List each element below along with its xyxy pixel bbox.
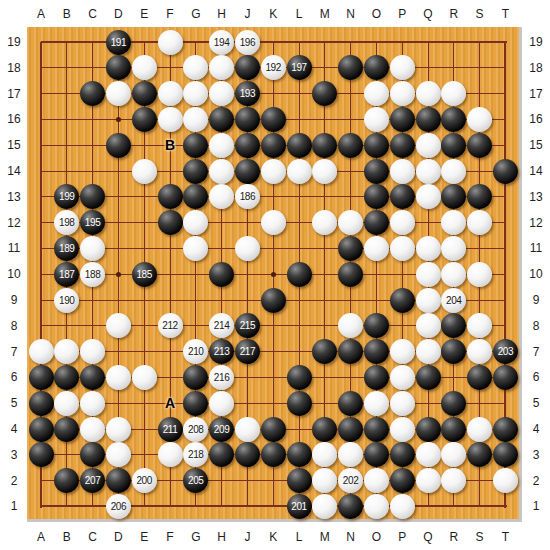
stone-O4 bbox=[364, 417, 389, 442]
stone-G6 bbox=[183, 365, 208, 390]
stone-Q2 bbox=[416, 468, 441, 493]
stone-A6 bbox=[29, 365, 54, 390]
stone-O8 bbox=[364, 313, 389, 338]
coord-label: 9 bbox=[525, 293, 547, 307]
stone-L10 bbox=[287, 262, 312, 287]
coord-label: R bbox=[443, 530, 465, 544]
stone-R14 bbox=[441, 159, 466, 184]
coord-label: Q bbox=[417, 7, 439, 21]
stone-D3 bbox=[106, 442, 131, 467]
stone-G18 bbox=[183, 55, 208, 80]
stone-R2 bbox=[441, 468, 466, 493]
stone-J4 bbox=[235, 417, 260, 442]
stone-O5 bbox=[364, 391, 389, 416]
coord-label: D bbox=[107, 530, 129, 544]
stone-Q15 bbox=[416, 133, 441, 158]
stone-O17 bbox=[364, 81, 389, 106]
stone-Q9 bbox=[416, 288, 441, 313]
stone-G15 bbox=[183, 133, 208, 158]
stone-O12 bbox=[364, 210, 389, 235]
stone-O14 bbox=[364, 159, 389, 184]
coord-label: 12 bbox=[525, 216, 547, 230]
stone-H15 bbox=[209, 133, 234, 158]
coord-label: E bbox=[133, 7, 155, 21]
stone-L6 bbox=[287, 365, 312, 390]
coord-label: P bbox=[391, 530, 413, 544]
stone-N8 bbox=[338, 313, 363, 338]
coord-label: 14 bbox=[525, 164, 547, 178]
stone-T4 bbox=[493, 417, 518, 442]
stone-R4 bbox=[441, 417, 466, 442]
coord-label: 5 bbox=[525, 396, 547, 410]
coord-label: J bbox=[236, 7, 258, 21]
stone-C7 bbox=[80, 339, 105, 364]
coord-label: P bbox=[391, 7, 413, 21]
coord-label: 15 bbox=[3, 138, 25, 152]
stone-P5 bbox=[390, 391, 415, 416]
stone-E2-move-200: 200 bbox=[132, 468, 157, 493]
stone-Q7 bbox=[416, 339, 441, 364]
stone-R9-move-204: 204 bbox=[441, 288, 466, 313]
stone-E18 bbox=[132, 55, 157, 80]
coord-label: E bbox=[133, 530, 155, 544]
stone-A4 bbox=[29, 417, 54, 442]
stone-B12-move-198: 198 bbox=[54, 210, 79, 235]
coord-label: 4 bbox=[3, 422, 25, 436]
stone-P2 bbox=[390, 468, 415, 493]
stone-M17 bbox=[312, 81, 337, 106]
stone-B13-move-199: 199 bbox=[54, 184, 79, 209]
stone-B9-move-190: 190 bbox=[54, 288, 79, 313]
coord-label: C bbox=[82, 530, 104, 544]
coord-label: O bbox=[365, 7, 387, 21]
stone-B7 bbox=[54, 339, 79, 364]
stone-Q10 bbox=[416, 262, 441, 287]
stone-S12 bbox=[467, 210, 492, 235]
coord-label: 17 bbox=[3, 87, 25, 101]
stone-J15 bbox=[235, 133, 260, 158]
stone-M7 bbox=[312, 339, 337, 364]
coord-label: T bbox=[494, 7, 516, 21]
stone-E6 bbox=[132, 365, 157, 390]
stone-N18 bbox=[338, 55, 363, 80]
stone-C11 bbox=[80, 236, 105, 261]
stone-P6 bbox=[390, 365, 415, 390]
stone-T3 bbox=[493, 442, 518, 467]
stone-N7 bbox=[338, 339, 363, 364]
stone-G4-move-208: 208 bbox=[183, 417, 208, 442]
stone-H6-move-216: 216 bbox=[209, 365, 234, 390]
coord-label: B bbox=[56, 7, 78, 21]
stone-M1 bbox=[312, 494, 337, 519]
stone-H4-move-209: 209 bbox=[209, 417, 234, 442]
stone-Q4 bbox=[416, 417, 441, 442]
stone-T6 bbox=[493, 365, 518, 390]
stone-C10-move-188: 188 bbox=[80, 262, 105, 287]
stone-J19-move-196: 196 bbox=[235, 30, 260, 55]
stone-G12 bbox=[183, 210, 208, 235]
star-point bbox=[271, 272, 276, 277]
stone-P14 bbox=[390, 159, 415, 184]
stone-E10-move-185: 185 bbox=[132, 262, 157, 287]
stone-A5 bbox=[29, 391, 54, 416]
stone-F16 bbox=[158, 107, 183, 132]
coord-label: M bbox=[314, 7, 336, 21]
go-game-screenshot: 1911941961921971931991861981951891871881… bbox=[0, 0, 550, 550]
go-board[interactable]: 1911941961921971931991861981951891871881… bbox=[27, 27, 522, 522]
stone-D1-move-206: 206 bbox=[106, 494, 131, 519]
coord-label: C bbox=[82, 7, 104, 21]
stone-P17 bbox=[390, 81, 415, 106]
stone-P13 bbox=[390, 184, 415, 209]
coord-label: 6 bbox=[3, 370, 25, 384]
coord-label: 4 bbox=[525, 422, 547, 436]
coord-label: L bbox=[288, 530, 310, 544]
stone-H19-move-194: 194 bbox=[209, 30, 234, 55]
stone-Q3 bbox=[416, 442, 441, 467]
stone-M15 bbox=[312, 133, 337, 158]
stone-H10 bbox=[209, 262, 234, 287]
stone-D2 bbox=[106, 468, 131, 493]
stone-B2 bbox=[54, 468, 79, 493]
stone-F19 bbox=[158, 30, 183, 55]
stone-K16 bbox=[261, 107, 286, 132]
stone-P7 bbox=[390, 339, 415, 364]
stone-Q13 bbox=[416, 184, 441, 209]
stone-J13-move-186: 186 bbox=[235, 184, 260, 209]
stone-D17 bbox=[106, 81, 131, 106]
coord-label: 18 bbox=[3, 61, 25, 75]
stone-G13 bbox=[183, 184, 208, 209]
coord-label: 3 bbox=[525, 448, 547, 462]
stone-Q17 bbox=[416, 81, 441, 106]
stone-R5 bbox=[441, 391, 466, 416]
stone-B4 bbox=[54, 417, 79, 442]
stone-R10 bbox=[441, 262, 466, 287]
coord-label: K bbox=[262, 7, 284, 21]
stone-C2-move-207: 207 bbox=[80, 468, 105, 493]
stone-G11 bbox=[183, 236, 208, 261]
stone-C3 bbox=[80, 442, 105, 467]
coord-label: F bbox=[159, 530, 181, 544]
stone-K18-move-192: 192 bbox=[261, 55, 286, 80]
stone-G17 bbox=[183, 81, 208, 106]
stone-K15 bbox=[261, 133, 286, 158]
stone-F17 bbox=[158, 81, 183, 106]
coord-label: A bbox=[30, 7, 52, 21]
stone-N3 bbox=[338, 442, 363, 467]
coord-label: G bbox=[185, 530, 207, 544]
stone-B6 bbox=[54, 365, 79, 390]
stone-Q16 bbox=[416, 107, 441, 132]
coord-label: R bbox=[443, 7, 465, 21]
stone-M2 bbox=[312, 468, 337, 493]
stone-R12 bbox=[441, 210, 466, 235]
grid-hline bbox=[41, 403, 506, 404]
stone-N2-move-202: 202 bbox=[338, 468, 363, 493]
stone-S13 bbox=[467, 184, 492, 209]
coord-label: 18 bbox=[525, 61, 547, 75]
stone-F12 bbox=[158, 210, 183, 235]
coord-label: S bbox=[469, 530, 491, 544]
stone-D15 bbox=[106, 133, 131, 158]
stone-L18-move-197: 197 bbox=[287, 55, 312, 80]
stone-S3 bbox=[467, 442, 492, 467]
stone-N15 bbox=[338, 133, 363, 158]
stone-H17 bbox=[209, 81, 234, 106]
stone-M3 bbox=[312, 442, 337, 467]
stone-B11-move-189: 189 bbox=[54, 236, 79, 261]
stone-O13 bbox=[364, 184, 389, 209]
stone-L5 bbox=[287, 391, 312, 416]
coord-label: 8 bbox=[525, 319, 547, 333]
coord-label: M bbox=[314, 530, 336, 544]
stone-L14 bbox=[287, 159, 312, 184]
stone-H16 bbox=[209, 107, 234, 132]
stone-H5 bbox=[209, 391, 234, 416]
stone-M14 bbox=[312, 159, 337, 184]
stone-E16 bbox=[132, 107, 157, 132]
stone-O3 bbox=[364, 442, 389, 467]
stone-O7 bbox=[364, 339, 389, 364]
coord-label: 2 bbox=[3, 474, 25, 488]
stone-Q6 bbox=[416, 365, 441, 390]
stone-O2 bbox=[364, 468, 389, 493]
stone-H7-move-213: 213 bbox=[209, 339, 234, 364]
stone-L1-move-201: 201 bbox=[287, 494, 312, 519]
stone-G7-move-210: 210 bbox=[183, 339, 208, 364]
coord-label: Q bbox=[417, 530, 439, 544]
stone-H14 bbox=[209, 159, 234, 184]
stone-G3-move-218: 218 bbox=[183, 442, 208, 467]
stone-P15 bbox=[390, 133, 415, 158]
stone-O6 bbox=[364, 365, 389, 390]
stone-C6 bbox=[80, 365, 105, 390]
coord-label: 16 bbox=[525, 112, 547, 126]
coord-label: 5 bbox=[3, 396, 25, 410]
stone-H8-move-214: 214 bbox=[209, 313, 234, 338]
stone-O15 bbox=[364, 133, 389, 158]
stone-F3 bbox=[158, 442, 183, 467]
stone-M12 bbox=[312, 210, 337, 235]
coord-label: T bbox=[494, 530, 516, 544]
stone-P4 bbox=[390, 417, 415, 442]
coord-label: 17 bbox=[525, 87, 547, 101]
stone-S4 bbox=[467, 417, 492, 442]
stone-S10 bbox=[467, 262, 492, 287]
stone-R13 bbox=[441, 184, 466, 209]
coord-label: N bbox=[340, 530, 362, 544]
stone-T2 bbox=[493, 468, 518, 493]
stone-Q11 bbox=[416, 236, 441, 261]
stone-L15 bbox=[287, 133, 312, 158]
star-point bbox=[116, 117, 121, 122]
point-label-A: A bbox=[161, 395, 179, 411]
stone-N10 bbox=[338, 262, 363, 287]
point-label-B: B bbox=[161, 137, 179, 153]
coord-label: 1 bbox=[3, 499, 25, 513]
stone-S6 bbox=[467, 365, 492, 390]
stone-A7 bbox=[29, 339, 54, 364]
stone-L3 bbox=[287, 442, 312, 467]
stone-P18 bbox=[390, 55, 415, 80]
stone-T14 bbox=[493, 159, 518, 184]
stone-R7 bbox=[441, 339, 466, 364]
coord-label: H bbox=[211, 7, 233, 21]
coord-label: B bbox=[56, 530, 78, 544]
stone-P1 bbox=[390, 494, 415, 519]
stone-P12 bbox=[390, 210, 415, 235]
stone-S7 bbox=[467, 339, 492, 364]
stone-K12 bbox=[261, 210, 286, 235]
stone-O16 bbox=[364, 107, 389, 132]
stone-J8-move-215: 215 bbox=[235, 313, 260, 338]
coord-label: H bbox=[211, 530, 233, 544]
stone-E14 bbox=[132, 159, 157, 184]
stone-K4 bbox=[261, 417, 286, 442]
stone-O11 bbox=[364, 236, 389, 261]
stone-D8 bbox=[106, 313, 131, 338]
stone-R15 bbox=[441, 133, 466, 158]
stone-F4-move-211: 211 bbox=[158, 417, 183, 442]
coord-label: 19 bbox=[3, 35, 25, 49]
stone-N1 bbox=[338, 494, 363, 519]
stone-D6 bbox=[106, 365, 131, 390]
stone-S15 bbox=[467, 133, 492, 158]
stone-D18 bbox=[106, 55, 131, 80]
stone-N5 bbox=[338, 391, 363, 416]
coord-label: 13 bbox=[525, 190, 547, 204]
stone-K14 bbox=[261, 159, 286, 184]
stone-P9 bbox=[390, 288, 415, 313]
coord-label: J bbox=[236, 530, 258, 544]
stone-L2 bbox=[287, 468, 312, 493]
stone-R16 bbox=[441, 107, 466, 132]
coord-label: 3 bbox=[3, 448, 25, 462]
coord-label: 16 bbox=[3, 112, 25, 126]
stone-J3 bbox=[235, 442, 260, 467]
coord-label: 6 bbox=[525, 370, 547, 384]
stone-A3 bbox=[29, 442, 54, 467]
coord-label: 7 bbox=[3, 345, 25, 359]
stone-B10-move-187: 187 bbox=[54, 262, 79, 287]
stone-N12 bbox=[338, 210, 363, 235]
stone-K9 bbox=[261, 288, 286, 313]
coord-label: S bbox=[469, 7, 491, 21]
stone-F8-move-212: 212 bbox=[158, 313, 183, 338]
coord-label: 7 bbox=[525, 345, 547, 359]
stone-N4 bbox=[338, 417, 363, 442]
star-point bbox=[116, 272, 121, 277]
stone-S16 bbox=[467, 107, 492, 132]
coord-label: 11 bbox=[525, 241, 547, 255]
stone-R8 bbox=[441, 313, 466, 338]
stone-G14 bbox=[183, 159, 208, 184]
coord-label: K bbox=[262, 530, 284, 544]
stone-J18 bbox=[235, 55, 260, 80]
coord-label: D bbox=[107, 7, 129, 21]
stone-D19-move-191: 191 bbox=[106, 30, 131, 55]
stone-R11 bbox=[441, 236, 466, 261]
stone-J7-move-217: 217 bbox=[235, 339, 260, 364]
stone-J17-move-193: 193 bbox=[235, 81, 260, 106]
coord-label: 14 bbox=[3, 164, 25, 178]
coord-label: F bbox=[159, 7, 181, 21]
stone-G2-move-205: 205 bbox=[183, 468, 208, 493]
stone-S8 bbox=[467, 313, 492, 338]
stone-H18 bbox=[209, 55, 234, 80]
stone-F13 bbox=[158, 184, 183, 209]
coord-label: L bbox=[288, 7, 310, 21]
coord-label: 19 bbox=[525, 35, 547, 49]
stone-R17 bbox=[441, 81, 466, 106]
stone-C5 bbox=[80, 391, 105, 416]
coord-label: 1 bbox=[525, 499, 547, 513]
stone-H3 bbox=[209, 442, 234, 467]
stone-C17 bbox=[80, 81, 105, 106]
stone-E17 bbox=[132, 81, 157, 106]
stone-P3 bbox=[390, 442, 415, 467]
stone-Q14 bbox=[416, 159, 441, 184]
stone-C13 bbox=[80, 184, 105, 209]
stone-M4 bbox=[312, 417, 337, 442]
stone-Q8 bbox=[416, 313, 441, 338]
stone-R3 bbox=[441, 442, 466, 467]
coord-label: 12 bbox=[3, 216, 25, 230]
stone-K3 bbox=[261, 442, 286, 467]
stone-T7-move-203: 203 bbox=[493, 339, 518, 364]
coord-label: 2 bbox=[525, 474, 547, 488]
stone-D4 bbox=[106, 417, 131, 442]
coord-label: 15 bbox=[525, 138, 547, 152]
stone-G5 bbox=[183, 391, 208, 416]
stone-H13 bbox=[209, 184, 234, 209]
coord-label: A bbox=[30, 530, 52, 544]
stone-J14 bbox=[235, 159, 260, 184]
coord-label: N bbox=[340, 7, 362, 21]
coord-label: G bbox=[185, 7, 207, 21]
coord-label: 13 bbox=[3, 190, 25, 204]
stone-O18 bbox=[364, 55, 389, 80]
stone-O1 bbox=[364, 494, 389, 519]
coord-label: 10 bbox=[525, 267, 547, 281]
stone-B5 bbox=[54, 391, 79, 416]
coord-label: O bbox=[365, 530, 387, 544]
stone-J11 bbox=[235, 236, 260, 261]
stone-C12-move-195: 195 bbox=[80, 210, 105, 235]
coord-label: 9 bbox=[3, 293, 25, 307]
stone-G16 bbox=[183, 107, 208, 132]
stone-P16 bbox=[390, 107, 415, 132]
stone-J16 bbox=[235, 107, 260, 132]
coord-label: 11 bbox=[3, 241, 25, 255]
stone-N11 bbox=[338, 236, 363, 261]
stone-P11 bbox=[390, 236, 415, 261]
coord-label: 10 bbox=[3, 267, 25, 281]
stone-C4 bbox=[80, 417, 105, 442]
coord-label: 8 bbox=[3, 319, 25, 333]
